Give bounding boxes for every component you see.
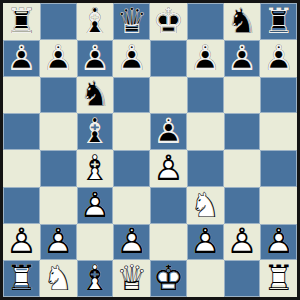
square-g4[interactable] [224, 150, 261, 187]
piece-white-pawn-detail: ♙ [77, 187, 114, 224]
piece-white-bishop: ♝ [77, 150, 114, 187]
square-f6[interactable] [187, 77, 224, 114]
piece-black-bishop-detail: ♗ [77, 113, 114, 150]
square-e4[interactable]: ♟♙ [150, 150, 187, 187]
piece-white-pawn-detail: ♙ [150, 150, 187, 187]
square-h8[interactable]: ♜♖ [260, 3, 297, 40]
piece-black-king-detail: ♔ [150, 3, 187, 40]
piece-black-queen: ♛ [113, 3, 150, 40]
piece-black-rook: ♜ [260, 3, 297, 40]
square-d2[interactable]: ♟♙ [113, 224, 150, 261]
piece-white-queen: ♛ [113, 260, 150, 297]
square-b5[interactable] [40, 113, 77, 150]
piece-black-pawn-detail: ♙ [224, 40, 261, 77]
square-d7[interactable]: ♟♙ [113, 40, 150, 77]
square-c5[interactable]: ♝♗ [77, 113, 114, 150]
piece-black-queen-detail: ♕ [113, 3, 150, 40]
piece-white-bishop: ♝ [77, 260, 114, 297]
piece-black-rook-detail: ♖ [3, 3, 40, 40]
piece-white-pawn-detail: ♙ [40, 224, 77, 261]
square-g3[interactable] [224, 187, 261, 224]
square-a3[interactable] [3, 187, 40, 224]
square-b3[interactable] [40, 187, 77, 224]
piece-white-knight: ♞ [187, 187, 224, 224]
piece-black-bishop-detail: ♗ [77, 3, 114, 40]
square-d4[interactable] [113, 150, 150, 187]
piece-white-bishop-detail: ♗ [77, 150, 114, 187]
square-b7[interactable]: ♟♙ [40, 40, 77, 77]
square-h2[interactable]: ♟♙ [260, 224, 297, 261]
square-g2[interactable]: ♟♙ [224, 224, 261, 261]
piece-black-pawn-detail: ♙ [40, 40, 77, 77]
square-b1[interactable]: ♞♘ [40, 260, 77, 297]
square-c4[interactable]: ♝♗ [77, 150, 114, 187]
square-b8[interactable] [40, 3, 77, 40]
piece-black-pawn: ♟ [150, 113, 187, 150]
piece-black-rook-detail: ♖ [260, 3, 297, 40]
square-h6[interactable] [260, 77, 297, 114]
square-d5[interactable] [113, 113, 150, 150]
square-e1[interactable]: ♚♔ [150, 260, 187, 297]
square-c2[interactable] [77, 224, 114, 261]
square-f3[interactable]: ♞♘ [187, 187, 224, 224]
piece-white-pawn: ♟ [3, 224, 40, 261]
piece-white-king-detail: ♔ [150, 260, 187, 297]
piece-black-bishop: ♝ [77, 3, 114, 40]
piece-white-rook-detail: ♖ [260, 260, 297, 297]
piece-white-pawn-detail: ♙ [113, 224, 150, 261]
square-e7[interactable] [150, 40, 187, 77]
piece-white-pawn: ♟ [77, 187, 114, 224]
square-a6[interactable] [3, 77, 40, 114]
square-c6[interactable]: ♞♘ [77, 77, 114, 114]
piece-black-knight: ♞ [77, 77, 114, 114]
piece-white-pawn: ♟ [187, 224, 224, 261]
square-a4[interactable] [3, 150, 40, 187]
square-g8[interactable]: ♞♘ [224, 3, 261, 40]
piece-white-king: ♚ [150, 260, 187, 297]
square-b2[interactable]: ♟♙ [40, 224, 77, 261]
square-f5[interactable] [187, 113, 224, 150]
square-b6[interactable] [40, 77, 77, 114]
piece-black-bishop: ♝ [77, 113, 114, 150]
piece-white-rook-detail: ♖ [3, 260, 40, 297]
piece-white-pawn: ♟ [224, 224, 261, 261]
square-g6[interactable] [224, 77, 261, 114]
piece-white-pawn-detail: ♙ [260, 224, 297, 261]
square-d6[interactable] [113, 77, 150, 114]
piece-white-knight-detail: ♘ [187, 187, 224, 224]
square-c3[interactable]: ♟♙ [77, 187, 114, 224]
square-c8[interactable]: ♝♗ [77, 3, 114, 40]
square-e8[interactable]: ♚♔ [150, 3, 187, 40]
square-d8[interactable]: ♛♕ [113, 3, 150, 40]
square-f1[interactable] [187, 260, 224, 297]
piece-black-king: ♚ [150, 3, 187, 40]
square-e3[interactable] [150, 187, 187, 224]
square-f2[interactable]: ♟♙ [187, 224, 224, 261]
piece-black-pawn: ♟ [3, 40, 40, 77]
square-h5[interactable] [260, 113, 297, 150]
piece-black-rook: ♜ [3, 3, 40, 40]
piece-black-pawn-detail: ♙ [113, 40, 150, 77]
piece-black-pawn-detail: ♙ [260, 40, 297, 77]
piece-white-pawn: ♟ [40, 224, 77, 261]
piece-white-pawn-detail: ♙ [187, 224, 224, 261]
piece-white-pawn-detail: ♙ [3, 224, 40, 261]
piece-black-knight-detail: ♘ [77, 77, 114, 114]
square-f8[interactable] [187, 3, 224, 40]
square-g7[interactable]: ♟♙ [224, 40, 261, 77]
piece-black-pawn-detail: ♙ [150, 113, 187, 150]
piece-white-rook: ♜ [3, 260, 40, 297]
piece-white-rook: ♜ [260, 260, 297, 297]
piece-white-knight-detail: ♘ [40, 260, 77, 297]
chess-board: ♜♖♝♗♛♕♚♔♞♘♜♖♟♙♟♙♟♙♟♙♟♙♟♙♟♙♞♘♝♗♟♙♝♗♟♙♟♙♞♘… [0, 0, 300, 300]
piece-black-pawn-detail: ♙ [187, 40, 224, 77]
square-e5[interactable]: ♟♙ [150, 113, 187, 150]
square-e6[interactable] [150, 77, 187, 114]
piece-white-knight: ♞ [40, 260, 77, 297]
board-grid: ♜♖♝♗♛♕♚♔♞♘♜♖♟♙♟♙♟♙♟♙♟♙♟♙♟♙♞♘♝♗♟♙♝♗♟♙♟♙♞♘… [3, 3, 297, 297]
square-f4[interactable] [187, 150, 224, 187]
square-g5[interactable] [224, 113, 261, 150]
piece-white-pawn: ♟ [260, 224, 297, 261]
square-h1[interactable]: ♜♖ [260, 260, 297, 297]
square-g1[interactable] [224, 260, 261, 297]
square-a2[interactable]: ♟♙ [3, 224, 40, 261]
piece-white-pawn: ♟ [150, 150, 187, 187]
square-f7[interactable]: ♟♙ [187, 40, 224, 77]
piece-white-bishop-detail: ♗ [77, 260, 114, 297]
piece-black-knight: ♞ [224, 3, 261, 40]
piece-black-pawn: ♟ [260, 40, 297, 77]
piece-black-pawn-detail: ♙ [77, 40, 114, 77]
piece-black-pawn: ♟ [40, 40, 77, 77]
square-d3[interactable] [113, 187, 150, 224]
square-h4[interactable] [260, 150, 297, 187]
piece-black-pawn-detail: ♙ [3, 40, 40, 77]
square-d1[interactable]: ♛♕ [113, 260, 150, 297]
square-c1[interactable]: ♝♗ [77, 260, 114, 297]
piece-black-pawn: ♟ [187, 40, 224, 77]
square-a7[interactable]: ♟♙ [3, 40, 40, 77]
square-e2[interactable] [150, 224, 187, 261]
piece-black-pawn: ♟ [77, 40, 114, 77]
piece-white-pawn: ♟ [113, 224, 150, 261]
piece-white-pawn-detail: ♙ [224, 224, 261, 261]
piece-black-pawn: ♟ [113, 40, 150, 77]
square-h3[interactable] [260, 187, 297, 224]
square-a5[interactable] [3, 113, 40, 150]
square-b4[interactable] [40, 150, 77, 187]
piece-white-queen-detail: ♕ [113, 260, 150, 297]
square-a8[interactable]: ♜♖ [3, 3, 40, 40]
piece-black-knight-detail: ♘ [224, 3, 261, 40]
square-a1[interactable]: ♜♖ [3, 260, 40, 297]
square-c7[interactable]: ♟♙ [77, 40, 114, 77]
piece-black-pawn: ♟ [224, 40, 261, 77]
square-h7[interactable]: ♟♙ [260, 40, 297, 77]
